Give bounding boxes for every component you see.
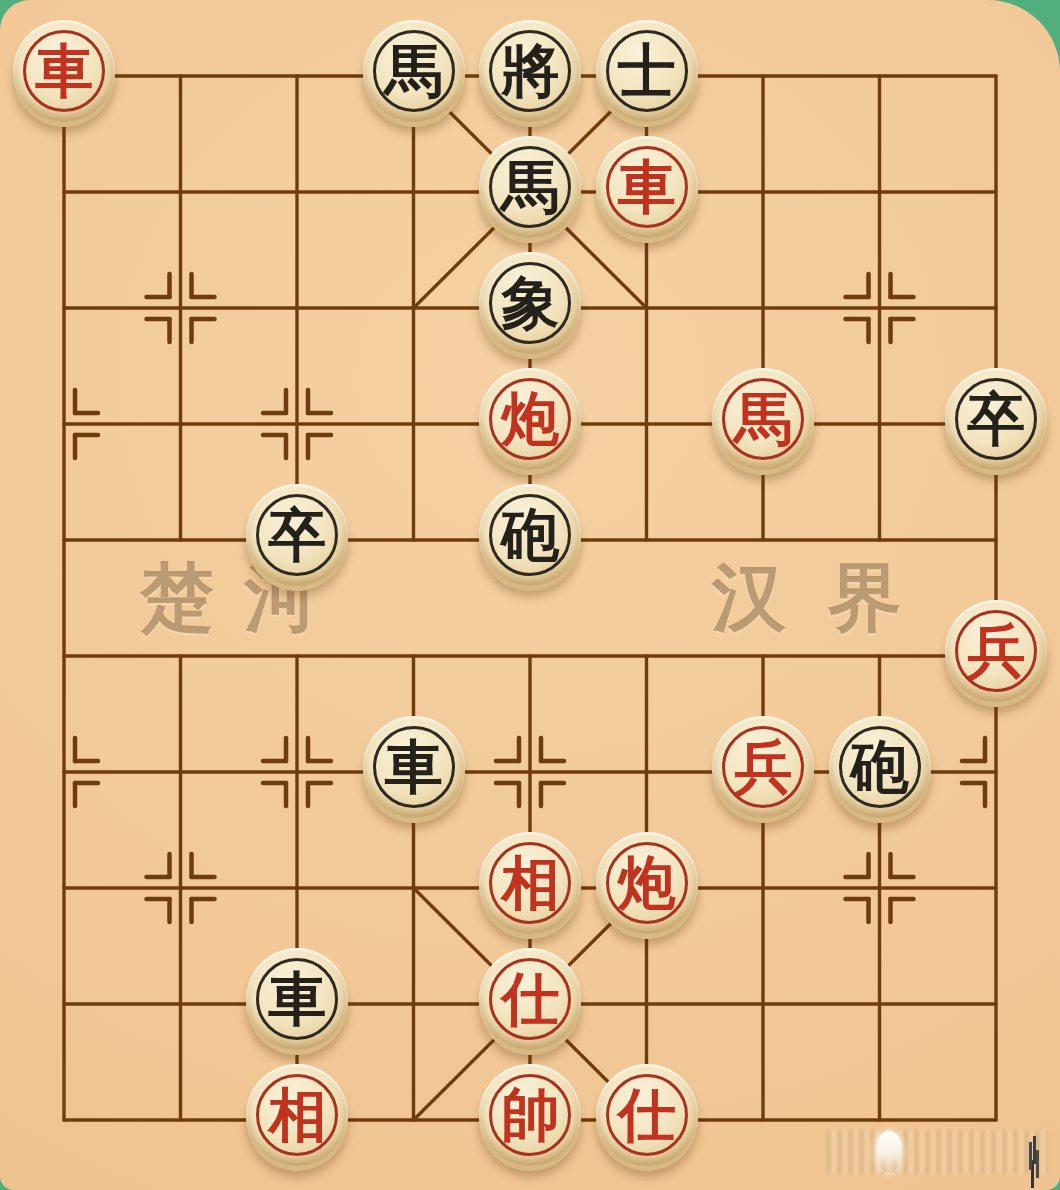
piece-black-elephant[interactable]: 象 <box>479 252 581 354</box>
piece-ring: 相 <box>489 842 571 924</box>
piece-glyph: 帥 <box>501 1086 559 1144</box>
board-cell[interactable]: 馬 <box>356 18 473 134</box>
board-cell[interactable]: 將 <box>472 18 589 134</box>
board-cell[interactable] <box>6 714 123 830</box>
board-cell[interactable]: 砲 <box>822 714 939 830</box>
board-cell[interactable] <box>822 946 939 1062</box>
piece-red-horse[interactable]: 馬 <box>712 368 814 470</box>
piece-ring: 車 <box>23 30 105 112</box>
piece-glyph: 仕 <box>501 970 559 1028</box>
piece-glyph: 車 <box>618 158 676 216</box>
board-cell[interactable] <box>822 134 939 250</box>
piece-red-chariot[interactable]: 車 <box>596 136 698 238</box>
board-cell[interactable] <box>6 134 123 250</box>
board-cell[interactable] <box>123 482 240 598</box>
piece-glyph: 馬 <box>385 42 443 100</box>
piece-ring: 卒 <box>256 494 338 576</box>
piece-ring: 馬 <box>489 146 571 228</box>
board-cell[interactable]: 象 <box>472 250 589 366</box>
piece-ring: 帥 <box>489 1074 571 1156</box>
piece-glyph: 車 <box>35 42 93 100</box>
piece-ring: 兵 <box>722 726 804 808</box>
piece-black-horse[interactable]: 馬 <box>363 20 465 122</box>
board-cell[interactable]: 車 <box>589 134 706 250</box>
board-cell[interactable] <box>123 946 240 1062</box>
board-cell[interactable] <box>938 714 1055 830</box>
piece-black-advisor[interactable]: 士 <box>596 20 698 122</box>
board-cell[interactable]: 相 <box>472 830 589 946</box>
piece-black-chariot[interactable]: 車 <box>363 716 465 818</box>
xiangqi-board: 楚河 汉界 車馬將士馬車象炮馬卒卒砲兵車兵砲相炮車仕相帥仕 <box>0 0 1060 1190</box>
board-cell[interactable] <box>123 366 240 482</box>
piece-ring: 相 <box>256 1074 338 1156</box>
board-cell[interactable] <box>589 946 706 1062</box>
board-cell[interactable] <box>6 366 123 482</box>
board-cell[interactable] <box>356 482 473 598</box>
board-cell[interactable]: 砲 <box>472 482 589 598</box>
board-cell[interactable]: 兵 <box>938 598 1055 714</box>
piece-glyph: 士 <box>618 42 676 100</box>
board-cell[interactable] <box>239 830 356 946</box>
board-cell[interactable] <box>356 366 473 482</box>
piece-black-cannon[interactable]: 砲 <box>829 716 931 818</box>
board-cell[interactable]: 卒 <box>239 482 356 598</box>
board-cell[interactable]: 卒 <box>938 366 1055 482</box>
board-cell[interactable] <box>472 598 589 714</box>
board-cell[interactable]: 馬 <box>705 366 822 482</box>
piece-ring: 馬 <box>373 30 455 112</box>
piece-ring: 卒 <box>955 378 1037 460</box>
board-cell[interactable] <box>356 830 473 946</box>
piece-red-soldier[interactable]: 兵 <box>945 600 1047 702</box>
board-cell[interactable] <box>123 830 240 946</box>
board-cell[interactable] <box>123 598 240 714</box>
board-cell[interactable] <box>705 946 822 1062</box>
piece-ring: 車 <box>606 146 688 228</box>
piece-ring: 將 <box>489 30 571 112</box>
board-cell[interactable]: 車 <box>356 714 473 830</box>
board-cell[interactable]: 車 <box>239 946 356 1062</box>
board-cell[interactable] <box>472 714 589 830</box>
board-cell[interactable]: 相 <box>239 1062 356 1178</box>
piece-ring: 炮 <box>489 378 571 460</box>
board-cell[interactable]: 兵 <box>705 714 822 830</box>
board-cell[interactable] <box>6 946 123 1062</box>
board-cell[interactable] <box>6 482 123 598</box>
board-cell[interactable] <box>123 714 240 830</box>
board-cell[interactable] <box>938 482 1055 598</box>
board-cell[interactable] <box>123 134 240 250</box>
watermark-streaks <box>826 1130 1048 1174</box>
piece-glyph: 仕 <box>618 1086 676 1144</box>
board-cell[interactable] <box>356 134 473 250</box>
piece-glyph: 相 <box>501 854 559 912</box>
piece-glyph: 車 <box>268 970 326 1028</box>
board-cell[interactable] <box>239 598 356 714</box>
piece-ring: 仕 <box>489 958 571 1040</box>
piece-ring: 車 <box>373 726 455 808</box>
piece-red-soldier[interactable]: 兵 <box>712 716 814 818</box>
piece-black-general[interactable]: 將 <box>479 20 581 122</box>
piece-red-elephant[interactable]: 相 <box>246 1064 348 1166</box>
board-cell[interactable] <box>705 598 822 714</box>
board-cell[interactable] <box>822 482 939 598</box>
piece-glyph: 車 <box>385 738 443 796</box>
piece-glyph: 砲 <box>851 738 909 796</box>
piece-glyph: 將 <box>501 42 559 100</box>
piece-red-chariot[interactable]: 車 <box>13 20 115 122</box>
board-cell[interactable]: 士 <box>589 18 706 134</box>
piece-glyph: 兵 <box>967 622 1025 680</box>
board-cell[interactable] <box>589 598 706 714</box>
board-cell[interactable] <box>705 18 822 134</box>
board-cell[interactable] <box>938 946 1055 1062</box>
board-cell[interactable] <box>822 366 939 482</box>
piece-red-general[interactable]: 帥 <box>479 1064 581 1166</box>
board-cell[interactable] <box>239 250 356 366</box>
board-cell[interactable]: 炮 <box>589 830 706 946</box>
board-cell[interactable] <box>938 830 1055 946</box>
piece-ring: 士 <box>606 30 688 112</box>
board-cell[interactable] <box>356 598 473 714</box>
board-cell[interactable] <box>239 134 356 250</box>
board-cell[interactable] <box>938 134 1055 250</box>
watermark-smear <box>826 1130 1048 1174</box>
board-cell[interactable]: 車 <box>6 18 123 134</box>
board-cell[interactable] <box>705 250 822 366</box>
piece-glyph: 馬 <box>734 390 792 448</box>
piece-glyph: 象 <box>501 274 559 332</box>
board-cell[interactable] <box>705 134 822 250</box>
board-cell[interactable] <box>356 250 473 366</box>
piece-ring: 仕 <box>606 1074 688 1156</box>
piece-ring: 砲 <box>489 494 571 576</box>
board-cell[interactable] <box>6 598 123 714</box>
piece-glyph: 馬 <box>501 158 559 216</box>
piece-glyph: 卒 <box>967 390 1025 448</box>
board-cell[interactable] <box>239 714 356 830</box>
piece-ring: 馬 <box>722 378 804 460</box>
piece-black-cannon[interactable]: 砲 <box>479 484 581 586</box>
board-cell[interactable] <box>123 250 240 366</box>
board-cell[interactable] <box>705 482 822 598</box>
board-cell[interactable]: 仕 <box>589 1062 706 1178</box>
piece-red-cannon[interactable]: 炮 <box>479 368 581 470</box>
piece-ring: 象 <box>489 262 571 344</box>
board-cell[interactable] <box>822 18 939 134</box>
board-cell[interactable]: 仕 <box>472 946 589 1062</box>
piece-red-advisor[interactable]: 仕 <box>596 1064 698 1166</box>
piece-ring: 炮 <box>606 842 688 924</box>
piece-glyph: 相 <box>268 1086 326 1144</box>
board-cell[interactable] <box>6 1062 123 1178</box>
pieces-grid: 車馬將士馬車象炮馬卒卒砲兵車兵砲相炮車仕相帥仕 <box>6 18 1055 1178</box>
piece-glyph: 砲 <box>501 506 559 564</box>
board-cell[interactable] <box>239 366 356 482</box>
board-cell[interactable]: 炮 <box>472 366 589 482</box>
piece-black-chariot[interactable]: 車 <box>246 948 348 1050</box>
piece-black-horse[interactable]: 馬 <box>479 136 581 238</box>
board-cell[interactable] <box>356 1062 473 1178</box>
board-cell[interactable] <box>822 250 939 366</box>
piece-black-soldier[interactable]: 卒 <box>945 368 1047 470</box>
board-cell[interactable] <box>123 1062 240 1178</box>
board-cell[interactable] <box>938 18 1055 134</box>
board-cell[interactable] <box>589 366 706 482</box>
board-cell[interactable] <box>356 946 473 1062</box>
board-cell[interactable] <box>589 714 706 830</box>
board-cell[interactable] <box>822 598 939 714</box>
piece-glyph: 炮 <box>501 390 559 448</box>
piece-glyph: 炮 <box>618 854 676 912</box>
board-cell[interactable]: 帥 <box>472 1062 589 1178</box>
piece-ring: 砲 <box>839 726 921 808</box>
board-cell[interactable] <box>6 250 123 366</box>
board-cell[interactable] <box>589 482 706 598</box>
board-cell[interactable] <box>123 18 240 134</box>
board-cell[interactable] <box>6 830 123 946</box>
board-cell[interactable] <box>705 830 822 946</box>
piece-black-soldier[interactable]: 卒 <box>246 484 348 586</box>
board-cell[interactable] <box>822 830 939 946</box>
piece-red-elephant[interactable]: 相 <box>479 832 581 934</box>
piece-red-cannon[interactable]: 炮 <box>596 832 698 934</box>
board-cell[interactable] <box>239 18 356 134</box>
board-cell[interactable] <box>589 250 706 366</box>
piece-ring: 兵 <box>955 610 1037 692</box>
piece-red-advisor[interactable]: 仕 <box>479 948 581 1050</box>
piece-glyph: 卒 <box>268 506 326 564</box>
piece-glyph: 兵 <box>734 738 792 796</box>
board-cell[interactable] <box>938 250 1055 366</box>
watermark-blob <box>876 1131 902 1173</box>
board-cell[interactable]: 馬 <box>472 134 589 250</box>
piece-ring: 車 <box>256 958 338 1040</box>
board-cell[interactable] <box>705 1062 822 1178</box>
watermark-mark <box>1033 1136 1036 1164</box>
